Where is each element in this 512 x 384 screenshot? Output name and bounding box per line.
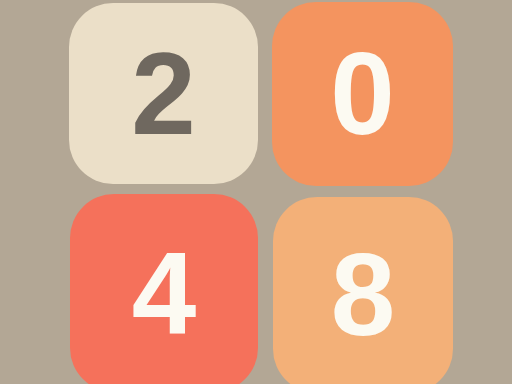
tile-8: 8 bbox=[273, 197, 453, 384]
tile-2: 2 bbox=[69, 3, 258, 184]
tile-4: 4 bbox=[70, 194, 258, 384]
tile-0-digit: 0 bbox=[330, 36, 395, 152]
tile-4-digit: 4 bbox=[132, 235, 197, 351]
tile-0: 0 bbox=[272, 2, 453, 186]
tile-2-digit: 2 bbox=[131, 36, 196, 152]
game-board-2048[interactable]: 2 0 4 8 bbox=[0, 0, 512, 384]
tile-8-digit: 8 bbox=[331, 237, 396, 353]
